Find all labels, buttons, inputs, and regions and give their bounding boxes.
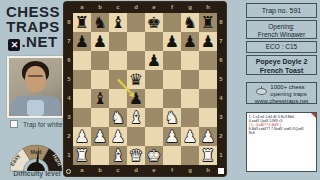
opening-box: Opening: French Winawer <box>246 20 317 39</box>
square-h7[interactable]: ♟ <box>199 32 217 51</box>
trap-number-box: Trap no. 591 <box>246 3 317 18</box>
opening-name: French Winawer <box>247 31 316 39</box>
square-h4[interactable] <box>199 89 217 108</box>
corner-circle-icon <box>66 169 71 174</box>
square-b8[interactable]: ♞ <box>91 13 109 32</box>
square-g4[interactable] <box>181 89 199 108</box>
file-label-h: h <box>199 166 217 175</box>
file-label-a: a <box>73 166 91 175</box>
file-label-d: d <box>127 166 145 175</box>
square-c6[interactable] <box>109 51 127 70</box>
square-a1[interactable]: ♜ <box>73 146 91 165</box>
square-e6[interactable]: ♟ <box>145 51 163 70</box>
square-f2[interactable]: ♟ <box>163 127 181 146</box>
file-label-c: c <box>109 3 127 12</box>
square-h8[interactable]: ♜ <box>199 13 217 32</box>
white-queen-d1: ♛ <box>127 146 145 165</box>
white-pawn-c2: ♟ <box>109 127 127 146</box>
square-a2[interactable]: ♟ <box>73 127 91 146</box>
square-g1[interactable] <box>181 146 199 165</box>
rank-label-4: 4 <box>217 89 225 108</box>
square-e7[interactable] <box>145 32 163 51</box>
black-pawn-b7: ♟ <box>91 32 109 51</box>
black-pawn-a7: ♟ <box>73 32 91 51</box>
rank-label-2: 2 <box>65 127 73 146</box>
file-label-f: f <box>163 3 181 12</box>
file-labels-bottom: abcdefgh <box>73 166 217 175</box>
square-h2[interactable]: ♟ <box>199 127 217 146</box>
gauge-med-label: Med <box>31 149 42 155</box>
square-g3[interactable] <box>181 108 199 127</box>
square-c8[interactable]: ♝ <box>109 13 127 32</box>
square-e8[interactable]: ♚ <box>145 13 163 32</box>
white-knight-c3: ♞ <box>109 108 127 127</box>
file-label-c: c <box>109 166 127 175</box>
square-b4[interactable]: ♝ <box>91 89 109 108</box>
file-label-e: e <box>145 3 163 12</box>
black-pawn-d4: ♟ <box>127 89 145 108</box>
rank-label-3: 3 <box>65 108 73 127</box>
file-label-h: h <box>199 3 217 12</box>
logo-line-1: CHESS <box>2 4 64 19</box>
square-f6[interactable] <box>163 51 181 70</box>
rank-label-1: 1 <box>217 146 225 165</box>
promo-line1: 1000+ chess <box>270 84 306 91</box>
trap-number: Trap no. 591 <box>262 7 301 14</box>
mouse-icon <box>256 88 267 95</box>
trap-for-white-checkbox[interactable] <box>10 120 18 128</box>
square-a7[interactable]: ♟ <box>73 32 91 51</box>
square-d2[interactable] <box>127 127 145 146</box>
white-pawn-a2: ♟ <box>73 127 91 146</box>
square-c1[interactable]: ♝ <box>109 146 127 165</box>
black-pawn-h7: ♟ <box>199 32 217 51</box>
square-c2[interactable]: ♟ <box>109 127 127 146</box>
square-f1[interactable] <box>163 146 181 165</box>
rank-label-7: 7 <box>217 32 225 51</box>
square-a4[interactable] <box>73 89 91 108</box>
square-h6[interactable] <box>199 51 217 70</box>
square-b5[interactable] <box>91 70 109 89</box>
presenter-glasses <box>28 75 43 77</box>
rank-label-6: 6 <box>65 51 73 70</box>
white-bishop-d3: ♝ <box>127 108 145 127</box>
board-grid: ♜♞♝♚♞♜♟♟♟♟♟♟♛♝♟♞♝♞♟♟♟♟♟♟♜♝♛♚♜ <box>73 13 217 165</box>
square-a6[interactable] <box>73 51 91 70</box>
square-h1[interactable]: ♜ <box>199 146 217 165</box>
square-g7[interactable]: ♟ <box>181 32 199 51</box>
logo-net-text: .NET <box>21 33 57 50</box>
file-label-b: b <box>91 3 109 12</box>
square-b3[interactable] <box>91 108 109 127</box>
square-g2[interactable]: ♟ <box>181 127 199 146</box>
square-b2[interactable]: ♟ <box>91 127 109 146</box>
black-bishop-c8: ♝ <box>109 13 127 32</box>
white-pawn-f2: ♟ <box>163 127 181 146</box>
black-rook-h8: ♜ <box>199 13 217 32</box>
square-f7[interactable]: ♟ <box>163 32 181 51</box>
square-b7[interactable]: ♟ <box>91 32 109 51</box>
square-e1[interactable]: ♚ <box>145 146 163 165</box>
promo-line2: opening traps <box>270 91 306 98</box>
square-b1[interactable] <box>91 146 109 165</box>
square-d4[interactable]: ♟ <box>127 89 145 108</box>
square-h3[interactable] <box>199 108 217 127</box>
promo-text: 1000+ chess opening traps <box>270 84 306 98</box>
square-a8[interactable]: ♜ <box>73 13 91 32</box>
rank-label-4: 4 <box>65 89 73 108</box>
eco-code: ECO : C15 <box>266 43 297 50</box>
file-label-e: e <box>145 166 163 175</box>
square-e3[interactable] <box>145 108 163 127</box>
rank-labels-right: 87654321 <box>217 13 225 165</box>
video-frame: CHESS TRAPS ✕.NET Trap for white Easy Me… <box>0 0 320 180</box>
trap-title-box: Popeye Doyle 2 French Toast <box>246 55 317 75</box>
moves-box: 1. 1.e4 e6 2.d4 d5 3.Nc3 Bb44.exd5 Qxd5 … <box>246 112 317 172</box>
white-rook-a1: ♜ <box>73 146 91 165</box>
white-rook-h1: ♜ <box>199 146 217 165</box>
promo-row: 1000+ chess opening traps <box>247 84 316 98</box>
black-king-e8: ♚ <box>145 13 163 32</box>
file-label-f: f <box>163 166 181 175</box>
rank-label-8: 8 <box>65 13 73 32</box>
square-a3[interactable] <box>73 108 91 127</box>
square-f5[interactable] <box>163 70 181 89</box>
black-bishop-b4: ♝ <box>91 89 109 108</box>
x-square-icon: ✕ <box>8 39 20 51</box>
square-d1[interactable]: ♛ <box>127 146 145 165</box>
file-label-b: b <box>91 166 109 175</box>
difficulty-gauge: Easy Med Hard <box>4 139 70 172</box>
rank-labels-left: 87654321 <box>65 13 73 165</box>
square-g8[interactable]: ♞ <box>181 13 199 32</box>
square-g6[interactable] <box>181 51 199 70</box>
file-label-a: a <box>73 3 91 12</box>
square-f3[interactable]: ♞ <box>163 108 181 127</box>
square-g5[interactable] <box>181 70 199 89</box>
square-d7[interactable] <box>127 32 145 51</box>
chesstraps-logo: CHESS TRAPS ✕.NET <box>2 4 64 51</box>
promo-box: 1000+ chess opening traps www.chesstraps… <box>246 82 317 104</box>
difficulty-label: Difficulty level <box>2 170 72 177</box>
chess-board: abcdefgh abcdefgh 87654321 87654321 ♜♞♝♚… <box>64 2 226 176</box>
opening-label: Opening: <box>247 23 316 31</box>
file-label-d: d <box>127 3 145 12</box>
square-e5[interactable] <box>145 70 163 89</box>
rank-label-1: 1 <box>65 146 73 165</box>
black-knight-b8: ♞ <box>91 13 109 32</box>
black-knight-g8: ♞ <box>181 13 199 32</box>
square-f8[interactable] <box>163 13 181 32</box>
black-rook-a8: ♜ <box>73 13 91 32</box>
rank-label-3: 3 <box>217 108 225 127</box>
black-pawn-e6: ♟ <box>145 51 163 70</box>
black-pawn-f7: ♟ <box>163 32 181 51</box>
square-e2[interactable] <box>145 127 163 146</box>
square-d5[interactable]: ♛ <box>127 70 145 89</box>
white-king-e1: ♚ <box>145 146 163 165</box>
moves-list: 1. 1.e4 e6 2.d4 d5 3.Nc3 Bb44.exd5 Qxd5 … <box>247 113 316 137</box>
rank-label-5: 5 <box>217 70 225 89</box>
white-pawn-h2: ♟ <box>199 127 217 146</box>
black-queen-d5: ♛ <box>127 70 145 89</box>
square-b6[interactable] <box>91 51 109 70</box>
square-c4[interactable] <box>109 89 127 108</box>
file-label-g: g <box>181 166 199 175</box>
black-pawn-g7: ♟ <box>181 32 199 51</box>
rank-label-7: 7 <box>65 32 73 51</box>
move-line: Nc6 <box>249 131 314 135</box>
rank-label-8: 8 <box>217 13 225 32</box>
white-bishop-c1: ♝ <box>109 146 127 165</box>
square-f4[interactable] <box>163 89 181 108</box>
presenter-scarf <box>27 100 44 116</box>
square-e4[interactable] <box>145 89 163 108</box>
square-d8[interactable] <box>127 13 145 32</box>
rank-label-2: 2 <box>217 127 225 146</box>
file-label-g: g <box>181 3 199 12</box>
logo-line-3: ✕.NET <box>2 34 64 51</box>
presenter-face <box>25 66 46 92</box>
eco-box: ECO : C15 <box>246 41 317 53</box>
square-h5[interactable] <box>199 70 217 89</box>
square-c7[interactable] <box>109 32 127 51</box>
file-labels-top: abcdefgh <box>73 3 217 12</box>
white-pawn-g2: ♟ <box>181 127 199 146</box>
white-to-move-indicator <box>218 168 224 174</box>
square-d6[interactable] <box>127 51 145 70</box>
square-a5[interactable] <box>73 70 91 89</box>
logo-line-2: TRAPS <box>2 19 64 34</box>
trap-title-line2: French Toast <box>247 67 316 76</box>
presenter-portrait <box>9 58 62 116</box>
trap-title-line1: Popeye Doyle 2 <box>247 58 316 67</box>
square-d3[interactable]: ♝ <box>127 108 145 127</box>
square-c3[interactable]: ♞ <box>109 108 127 127</box>
rank-label-6: 6 <box>217 51 225 70</box>
rank-label-5: 5 <box>65 70 73 89</box>
square-c5[interactable] <box>109 70 127 89</box>
promo-url[interactable]: www.chesstraps.net <box>247 98 316 105</box>
presenter-photo <box>7 56 64 118</box>
white-knight-f3: ♞ <box>163 108 181 127</box>
white-pawn-b2: ♟ <box>91 127 109 146</box>
